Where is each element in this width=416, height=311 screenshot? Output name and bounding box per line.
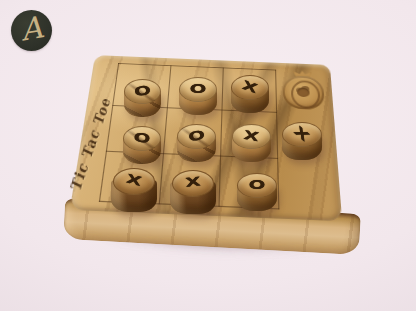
piece-r1c2[interactable]: O [179, 77, 217, 121]
piece-mark: O [237, 177, 277, 191]
piece-r2c2[interactable]: O [177, 124, 216, 168]
piece-r2c1[interactable]: O [123, 126, 161, 170]
piece-r3c3[interactable]: O [237, 173, 277, 217]
piece-r3c2[interactable]: X [172, 170, 214, 220]
piece-r3c1[interactable]: X [113, 168, 155, 218]
piece-mark: O [179, 81, 217, 95]
scene: A Tic Tac Toe O O X O O [0, 0, 416, 311]
carved-crest-emblem [281, 71, 326, 110]
crest-core [297, 88, 310, 98]
piece-r1c1[interactable]: O [124, 79, 161, 123]
brand-monogram: A [18, 12, 45, 45]
piece-off-board[interactable]: X [282, 122, 322, 166]
brand-logo: A [11, 10, 52, 51]
piece-r2c3[interactable]: X [232, 124, 271, 168]
piece-r1c3[interactable]: X [231, 75, 269, 119]
